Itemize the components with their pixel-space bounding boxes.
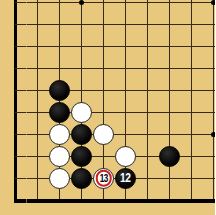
board-cell[interactable] [93,35,115,57]
board-grid: 1312 [5,0,216,211]
black-stone [159,146,180,167]
board-cell[interactable] [27,123,49,145]
board-cell[interactable] [49,189,71,211]
board-cell[interactable] [27,13,49,35]
board-cell[interactable] [93,123,115,145]
board-cell[interactable] [115,57,137,79]
board-cell[interactable] [159,167,181,189]
board-cell[interactable] [71,0,93,13]
board-cell[interactable] [181,145,203,167]
board-cell[interactable] [27,167,49,189]
board-cell[interactable] [5,13,27,35]
board-cell[interactable] [71,35,93,57]
board-cell[interactable] [49,145,71,167]
board-cell[interactable] [93,13,115,35]
board-cell[interactable] [137,13,159,35]
board-cell[interactable] [71,123,93,145]
board-cell[interactable] [137,167,159,189]
board-cell[interactable] [203,101,216,123]
white-stone [49,146,70,167]
board-cell[interactable] [181,79,203,101]
board-cell[interactable] [49,13,71,35]
last-move-marker: 13 [95,170,112,187]
star-point [211,132,215,137]
board-cell[interactable] [71,167,93,189]
board-cell[interactable] [159,145,181,167]
black-stone [71,124,92,145]
board-cell[interactable] [115,79,137,101]
board-cell[interactable] [203,57,216,79]
board-cell[interactable] [27,189,49,211]
board-cell[interactable] [181,13,203,35]
board-cell[interactable] [159,35,181,57]
go-board-diagram: 1312 [0,0,215,215]
move-number: 13 [100,173,108,184]
board-cell[interactable] [137,57,159,79]
board-cell[interactable] [203,123,216,145]
board-cell[interactable] [5,123,27,145]
board-cell[interactable] [5,101,27,123]
board-cell[interactable] [137,0,159,13]
board-cell[interactable] [137,79,159,101]
board-cell[interactable] [71,57,93,79]
star-point [79,0,84,5]
white-stone [115,146,136,167]
board-cell[interactable] [5,35,27,57]
board-cell[interactable] [5,79,27,101]
board-cell[interactable] [159,13,181,35]
black-stone: 12 [115,168,136,189]
board-cell[interactable] [71,101,93,123]
board-cell[interactable] [93,79,115,101]
board-cell[interactable] [115,145,137,167]
board-cell[interactable] [181,189,203,211]
board-cell[interactable] [49,123,71,145]
board-cell[interactable] [93,189,115,211]
board-cell[interactable] [137,35,159,57]
board-cell[interactable] [5,167,27,189]
board-cell[interactable] [181,0,203,13]
board-cell[interactable] [203,189,216,211]
move-number: 12 [120,172,131,184]
board-cell[interactable] [71,79,93,101]
board-cell[interactable] [159,101,181,123]
board-cell[interactable] [203,13,216,35]
board-cell[interactable] [93,0,115,13]
board-cell[interactable] [93,145,115,167]
black-stone [71,168,92,189]
board-cell[interactable] [49,167,71,189]
board-cell[interactable] [159,0,181,13]
board-cell[interactable] [137,123,159,145]
white-stone: 13 [93,168,114,189]
board-cell[interactable] [203,167,216,189]
white-stone [49,124,70,145]
white-stone [93,124,114,145]
board-cell[interactable] [5,145,27,167]
white-stone [49,168,70,189]
board-cell[interactable] [49,57,71,79]
board-cell[interactable] [5,57,27,79]
board-cell[interactable] [71,13,93,35]
board-cell[interactable] [203,0,216,13]
board-cell[interactable] [115,123,137,145]
board-cell[interactable] [5,189,27,211]
board-cell[interactable] [27,145,49,167]
board-cell[interactable] [203,35,216,57]
board-cell[interactable] [5,0,27,13]
board-cell[interactable] [71,145,93,167]
board-cell[interactable] [115,101,137,123]
board-cell[interactable] [27,35,49,57]
star-point [211,0,215,5]
board-cell[interactable] [49,0,71,13]
board-cell[interactable]: 13 [93,167,115,189]
board-cell[interactable] [137,145,159,167]
board-cell[interactable] [203,145,216,167]
board-cell[interactable]: 12 [115,167,137,189]
board-cell[interactable] [93,57,115,79]
board-cell[interactable] [159,123,181,145]
board-cell[interactable] [159,189,181,211]
board-cell[interactable] [181,57,203,79]
board-cell[interactable] [71,189,93,211]
board-cell[interactable] [181,123,203,145]
board-cell[interactable] [115,13,137,35]
board-cell[interactable] [27,0,49,13]
board-cell[interactable] [203,79,216,101]
board-cell[interactable] [93,101,115,123]
board-cell[interactable] [49,101,71,123]
board-cell[interactable] [27,79,49,101]
black-stone [71,146,92,167]
board-cell[interactable] [159,79,181,101]
black-stone [49,102,70,123]
board-cell[interactable] [137,101,159,123]
board-cell[interactable] [115,35,137,57]
board-cell[interactable] [181,35,203,57]
board-cell[interactable] [49,79,71,101]
board-cell[interactable] [49,35,71,57]
board-cell[interactable] [137,189,159,211]
board-cell[interactable] [181,167,203,189]
white-stone [71,102,92,123]
board-cell[interactable] [115,189,137,211]
board-cell[interactable] [159,57,181,79]
black-stone [49,80,70,101]
board-cell[interactable] [115,0,137,13]
board-cell[interactable] [181,101,203,123]
board-cell[interactable] [27,101,49,123]
board-cell[interactable] [27,57,49,79]
